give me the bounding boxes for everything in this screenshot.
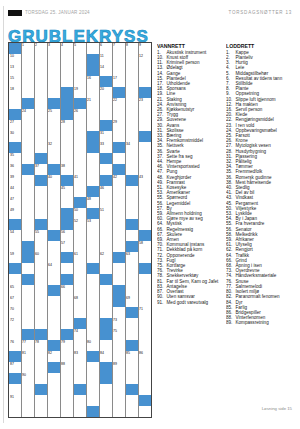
grid-cell[interactable]	[48, 395, 60, 406]
grid-cell[interactable]	[113, 131, 125, 142]
grid-cell[interactable]	[61, 373, 73, 384]
grid-cell[interactable]	[100, 219, 112, 230]
grid-cell[interactable]: 83	[74, 351, 86, 362]
grid-cell[interactable]	[22, 285, 34, 296]
grid-cell[interactable]	[35, 406, 47, 417]
grid-cell[interactable]: 74	[74, 329, 86, 340]
grid-cell[interactable]	[35, 307, 47, 318]
grid-cell[interactable]	[48, 241, 60, 252]
grid-cell[interactable]: 37	[35, 164, 47, 175]
grid-cell[interactable]	[22, 318, 34, 329]
grid-cell[interactable]: 22	[113, 98, 125, 109]
grid-cell[interactable]: 32	[48, 142, 60, 153]
grid-cell[interactable]: 81	[22, 351, 34, 362]
grid-cell[interactable]: 76	[9, 340, 21, 351]
grid-cell[interactable]: 44	[9, 186, 21, 197]
grid-cell[interactable]	[126, 109, 138, 120]
grid-cell[interactable]	[74, 263, 86, 274]
grid-cell[interactable]	[139, 406, 151, 417]
grid-cell[interactable]	[87, 395, 99, 406]
grid-cell[interactable]	[61, 197, 73, 208]
grid-cell[interactable]	[87, 285, 99, 296]
grid-cell[interactable]: 10	[9, 54, 21, 65]
grid-cell[interactable]: 65	[9, 285, 21, 296]
grid-cell[interactable]	[61, 54, 73, 65]
grid-cell[interactable]	[22, 230, 34, 241]
grid-cell[interactable]: 50	[74, 208, 86, 219]
grid-cell[interactable]: 54	[9, 230, 21, 241]
grid-cell[interactable]	[113, 186, 125, 197]
grid-cell[interactable]	[139, 120, 151, 131]
grid-cell[interactable]: 9	[139, 43, 151, 54]
grid-cell[interactable]	[35, 285, 47, 296]
grid-cell[interactable]	[48, 131, 60, 142]
grid-cell[interactable]	[87, 230, 99, 241]
grid-cell[interactable]	[126, 164, 138, 175]
grid-cell[interactable]: 62	[100, 252, 112, 263]
grid-cell[interactable]: 75	[113, 329, 125, 340]
grid-cell[interactable]	[113, 373, 125, 384]
grid-cell[interactable]	[139, 274, 151, 285]
grid-cell[interactable]: 85	[126, 351, 138, 362]
grid-cell[interactable]: 64	[48, 263, 60, 274]
grid-cell[interactable]: 49	[9, 208, 21, 219]
grid-cell[interactable]: 1	[22, 43, 34, 54]
grid-cell[interactable]: 61	[74, 252, 86, 263]
grid-cell[interactable]	[126, 76, 138, 87]
grid-cell[interactable]	[22, 142, 34, 153]
grid-cell[interactable]: 12	[139, 54, 151, 65]
grid-cell[interactable]	[126, 197, 138, 208]
grid-cell[interactable]	[126, 65, 138, 76]
grid-cell[interactable]: 66	[61, 285, 73, 296]
grid-cell[interactable]	[139, 384, 151, 395]
grid-cell[interactable]	[113, 307, 125, 318]
grid-cell[interactable]	[100, 164, 112, 175]
grid-cell[interactable]: 80	[87, 340, 99, 351]
grid-cell[interactable]	[74, 285, 86, 296]
grid-cell[interactable]	[126, 120, 138, 131]
grid-cell[interactable]	[48, 186, 60, 197]
grid-cell[interactable]	[48, 54, 60, 65]
grid-cell[interactable]	[113, 241, 125, 252]
grid-cell[interactable]: 53	[87, 219, 99, 230]
grid-cell[interactable]	[100, 340, 112, 351]
grid-cell[interactable]	[22, 153, 34, 164]
grid-cell[interactable]	[126, 318, 138, 329]
grid-cell[interactable]	[126, 153, 138, 164]
grid-cell[interactable]	[74, 153, 86, 164]
grid-cell[interactable]: 87	[9, 362, 21, 373]
grid-cell[interactable]	[87, 120, 99, 131]
grid-cell[interactable]	[22, 197, 34, 208]
grid-cell[interactable]	[48, 406, 60, 417]
grid-cell[interactable]	[87, 175, 99, 186]
grid-cell[interactable]	[35, 54, 47, 65]
grid-cell[interactable]	[126, 208, 138, 219]
grid-cell[interactable]	[126, 98, 138, 109]
grid-cell[interactable]	[35, 263, 47, 274]
grid-cell[interactable]	[100, 98, 112, 109]
grid-cell[interactable]	[48, 318, 60, 329]
grid-cell[interactable]	[35, 142, 47, 153]
grid-cell[interactable]	[100, 263, 112, 274]
grid-cell[interactable]	[48, 120, 60, 131]
grid-cell[interactable]: 55	[35, 230, 47, 241]
grid-cell[interactable]	[139, 329, 151, 340]
grid-cell[interactable]	[9, 329, 21, 340]
grid-cell[interactable]: 23	[139, 98, 151, 109]
grid-cell[interactable]: 19	[74, 87, 86, 98]
grid-cell[interactable]	[22, 208, 34, 219]
grid-cell[interactable]: 46	[100, 186, 112, 197]
grid-cell[interactable]	[113, 274, 125, 285]
grid-cell[interactable]: 47	[9, 197, 21, 208]
grid-cell[interactable]: 13	[9, 65, 21, 76]
grid-cell[interactable]	[22, 120, 34, 131]
grid-cell[interactable]	[74, 406, 86, 417]
grid-cell[interactable]	[87, 241, 99, 252]
grid-cell[interactable]	[74, 54, 86, 65]
grid-cell[interactable]: 77	[22, 340, 34, 351]
grid-cell[interactable]	[139, 109, 151, 120]
grid-cell[interactable]	[35, 87, 47, 98]
grid-cell[interactable]: 48	[87, 197, 99, 208]
grid-cell[interactable]	[139, 208, 151, 219]
grid-cell[interactable]	[48, 296, 60, 307]
grid-cell[interactable]: 41	[74, 175, 86, 186]
grid-cell[interactable]: 29	[113, 120, 125, 131]
grid-cell[interactable]	[74, 340, 86, 351]
grid-cell[interactable]	[113, 153, 125, 164]
grid-cell[interactable]: 39	[9, 175, 21, 186]
grid-cell[interactable]	[113, 263, 125, 274]
grid-cell[interactable]	[139, 186, 151, 197]
grid-cell[interactable]: 26	[74, 109, 86, 120]
grid-cell[interactable]	[126, 373, 138, 384]
grid-cell[interactable]	[74, 373, 86, 384]
grid-cell[interactable]	[61, 351, 73, 362]
grid-cell[interactable]	[100, 384, 112, 395]
grid-cell[interactable]	[126, 230, 138, 241]
grid-cell[interactable]	[74, 65, 86, 76]
grid-cell[interactable]: 69	[126, 296, 138, 307]
grid-cell[interactable]	[100, 285, 112, 296]
grid-cell[interactable]	[126, 362, 138, 373]
grid-cell[interactable]	[139, 252, 151, 263]
grid-cell[interactable]	[113, 219, 125, 230]
grid-cell[interactable]	[74, 230, 86, 241]
grid-cell[interactable]	[22, 307, 34, 318]
grid-cell[interactable]	[87, 252, 99, 263]
grid-cell[interactable]: 72	[9, 318, 21, 329]
grid-cell[interactable]	[61, 153, 73, 164]
grid-cell[interactable]	[48, 219, 60, 230]
grid-cell[interactable]: 68	[74, 296, 86, 307]
grid-cell[interactable]	[87, 164, 99, 175]
grid-cell[interactable]: 90	[22, 373, 34, 384]
grid-cell[interactable]	[61, 307, 73, 318]
grid-cell[interactable]: 21	[87, 98, 99, 109]
grid-cell[interactable]	[9, 406, 21, 417]
grid-cell[interactable]	[87, 384, 99, 395]
grid-cell[interactable]	[87, 329, 99, 340]
grid-cell[interactable]	[74, 362, 86, 373]
grid-cell[interactable]	[126, 395, 138, 406]
grid-cell[interactable]: 6	[100, 43, 112, 54]
grid-cell[interactable]: 20	[100, 87, 112, 98]
grid-cell[interactable]: 27	[9, 120, 21, 131]
grid-cell[interactable]	[35, 274, 47, 285]
grid-cell[interactable]	[100, 230, 112, 241]
grid-cell[interactable]	[74, 76, 86, 87]
grid-cell[interactable]: 57	[61, 241, 73, 252]
grid-cell[interactable]	[100, 197, 112, 208]
grid-cell[interactable]	[113, 351, 125, 362]
grid-cell[interactable]	[139, 340, 151, 351]
grid-cell[interactable]: 52	[74, 219, 86, 230]
grid-cell[interactable]	[113, 384, 125, 395]
grid-cell[interactable]	[113, 208, 125, 219]
grid-cell[interactable]	[139, 164, 151, 175]
grid-cell[interactable]	[74, 131, 86, 142]
grid-cell[interactable]	[9, 98, 21, 109]
grid-cell[interactable]: 56	[61, 230, 73, 241]
grid-cell[interactable]	[61, 406, 73, 417]
grid-cell[interactable]	[87, 318, 99, 329]
grid-cell[interactable]: 14	[100, 65, 112, 76]
grid-cell[interactable]	[100, 241, 112, 252]
grid-cell[interactable]: 5	[74, 43, 86, 54]
grid-cell[interactable]: 11	[100, 54, 112, 65]
grid-cell[interactable]	[61, 318, 73, 329]
grid-cell[interactable]	[61, 65, 73, 76]
grid-cell[interactable]	[126, 274, 138, 285]
grid-cell[interactable]	[48, 384, 60, 395]
grid-cell[interactable]	[61, 76, 73, 87]
grid-cell[interactable]	[61, 142, 73, 153]
grid-cell[interactable]	[113, 54, 125, 65]
grid-cell[interactable]: 51	[100, 208, 112, 219]
grid-cell[interactable]	[22, 406, 34, 417]
grid-cell[interactable]	[74, 274, 86, 285]
grid-cell[interactable]	[139, 285, 151, 296]
grid-cell[interactable]: 78	[35, 340, 47, 351]
grid-cell[interactable]	[61, 131, 73, 142]
grid-cell[interactable]: 86	[139, 351, 151, 362]
grid-cell[interactable]: 15	[9, 76, 21, 87]
grid-cell[interactable]	[22, 65, 34, 76]
grid-cell[interactable]: 71	[139, 307, 151, 318]
grid-cell[interactable]	[87, 373, 99, 384]
grid-cell[interactable]	[87, 296, 99, 307]
grid-cell[interactable]: 18	[9, 87, 21, 98]
grid-cell[interactable]	[126, 87, 138, 98]
grid-cell[interactable]: 70	[9, 307, 21, 318]
grid-cell[interactable]	[35, 373, 47, 384]
grid-cell[interactable]	[126, 285, 138, 296]
grid-cell[interactable]: 4	[61, 43, 73, 54]
grid-cell[interactable]	[139, 153, 151, 164]
grid-cell[interactable]	[22, 175, 34, 186]
grid-cell[interactable]: 38	[61, 164, 73, 175]
grid-cell[interactable]	[87, 307, 99, 318]
grid-cell[interactable]: 36	[9, 164, 21, 175]
grid-cell[interactable]: 17	[113, 76, 125, 87]
grid-cell[interactable]	[100, 109, 112, 120]
grid-cell[interactable]	[74, 186, 86, 197]
grid-cell[interactable]	[126, 54, 138, 65]
grid-cell[interactable]	[74, 142, 86, 153]
grid-cell[interactable]: 60	[35, 252, 47, 263]
grid-cell[interactable]	[22, 296, 34, 307]
grid-cell[interactable]	[22, 263, 34, 274]
grid-cell[interactable]	[139, 197, 151, 208]
grid-cell[interactable]	[87, 43, 99, 54]
grid-cell[interactable]	[48, 87, 60, 98]
grid-cell[interactable]: 3	[48, 43, 60, 54]
grid-cell[interactable]	[74, 307, 86, 318]
grid-cell[interactable]	[9, 241, 21, 252]
grid-cell[interactable]	[35, 76, 47, 87]
grid-cell[interactable]: 2	[35, 43, 47, 54]
grid-cell[interactable]	[48, 252, 60, 263]
grid-cell[interactable]	[22, 76, 34, 87]
grid-cell[interactable]	[35, 131, 47, 142]
grid-cell[interactable]	[139, 296, 151, 307]
grid-cell[interactable]	[22, 54, 34, 65]
grid-cell[interactable]	[22, 362, 34, 373]
grid-cell[interactable]	[126, 131, 138, 142]
grid-cell[interactable]	[22, 384, 34, 395]
grid-cell[interactable]	[35, 296, 47, 307]
grid-cell[interactable]: 67	[9, 296, 21, 307]
grid-cell[interactable]: 24	[22, 109, 34, 120]
grid-cell[interactable]	[48, 76, 60, 87]
grid-cell[interactable]	[35, 208, 47, 219]
grid-cell[interactable]	[87, 109, 99, 120]
grid-cell[interactable]: 45	[61, 186, 73, 197]
grid-cell[interactable]	[113, 230, 125, 241]
grid-cell[interactable]	[74, 164, 86, 175]
grid-cell[interactable]: 89	[113, 362, 125, 373]
grid-cell[interactable]	[35, 98, 47, 109]
grid-cell[interactable]	[48, 208, 60, 219]
grid-cell[interactable]: 73	[113, 318, 125, 329]
grid-cell[interactable]	[100, 307, 112, 318]
grid-cell[interactable]	[87, 362, 99, 373]
grid-cell[interactable]	[48, 197, 60, 208]
grid-cell[interactable]	[22, 87, 34, 98]
grid-cell[interactable]	[74, 120, 86, 131]
grid-cell[interactable]	[48, 307, 60, 318]
grid-cell[interactable]	[35, 65, 47, 76]
grid-cell[interactable]	[22, 131, 34, 142]
grid-cell[interactable]	[139, 142, 151, 153]
grid-cell[interactable]	[87, 153, 99, 164]
grid-cell[interactable]	[113, 340, 125, 351]
grid-cell[interactable]	[126, 406, 138, 417]
grid-cell[interactable]	[139, 373, 151, 384]
grid-cell[interactable]	[35, 186, 47, 197]
grid-cell[interactable]: 8	[126, 43, 138, 54]
grid-cell[interactable]	[126, 186, 138, 197]
grid-cell[interactable]: 25	[48, 109, 60, 120]
grid-cell[interactable]	[100, 296, 112, 307]
grid-cell[interactable]	[22, 395, 34, 406]
grid-cell[interactable]	[48, 373, 60, 384]
grid-cell[interactable]	[61, 384, 73, 395]
grid-cell[interactable]	[139, 219, 151, 230]
grid-cell[interactable]	[48, 65, 60, 76]
grid-cell[interactable]: 79	[61, 340, 73, 351]
grid-cell[interactable]: 59	[9, 252, 21, 263]
grid-cell[interactable]	[35, 395, 47, 406]
grid-cell[interactable]	[35, 318, 47, 329]
grid-cell[interactable]	[61, 296, 73, 307]
grid-cell[interactable]: 91	[9, 395, 21, 406]
grid-cell[interactable]: 35	[9, 153, 21, 164]
grid-cell[interactable]: 16	[87, 76, 99, 87]
grid-cell[interactable]: 7	[113, 43, 125, 54]
grid-cell[interactable]: 28	[61, 120, 73, 131]
grid-cell[interactable]	[87, 274, 99, 285]
grid-cell[interactable]	[61, 395, 73, 406]
grid-cell[interactable]	[126, 263, 138, 274]
grid-cell[interactable]	[126, 329, 138, 340]
grid-cell[interactable]: 82	[48, 351, 60, 362]
grid-cell[interactable]: 30	[9, 131, 21, 142]
grid-cell[interactable]	[35, 197, 47, 208]
grid-cell[interactable]: 88	[61, 362, 73, 373]
grid-cell[interactable]: 58	[139, 241, 151, 252]
grid-cell[interactable]	[113, 109, 125, 120]
grid-cell[interactable]	[35, 362, 47, 373]
grid-cell[interactable]	[87, 87, 99, 98]
grid-cell[interactable]: 34	[126, 142, 138, 153]
grid-cell[interactable]	[100, 395, 112, 406]
grid-cell[interactable]: 40	[48, 175, 60, 186]
grid-cell[interactable]	[48, 153, 60, 164]
grid-cell[interactable]	[35, 120, 47, 131]
grid-cell[interactable]: 31	[100, 131, 112, 142]
grid-cell[interactable]	[35, 241, 47, 252]
grid-cell[interactable]	[100, 406, 112, 417]
grid-cell[interactable]	[139, 362, 151, 373]
grid-cell[interactable]	[74, 395, 86, 406]
grid-cell[interactable]	[9, 274, 21, 285]
grid-cell[interactable]: 43	[139, 175, 151, 186]
grid-cell[interactable]	[22, 219, 34, 230]
grid-cell[interactable]	[139, 318, 151, 329]
grid-cell[interactable]: 84	[100, 351, 112, 362]
grid-cell[interactable]	[61, 263, 73, 274]
grid-cell[interactable]	[48, 329, 60, 340]
grid-cell[interactable]	[22, 186, 34, 197]
grid-cell[interactable]	[113, 406, 125, 417]
grid-cell[interactable]	[139, 65, 151, 76]
grid-cell[interactable]	[48, 274, 60, 285]
grid-cell[interactable]	[74, 241, 86, 252]
grid-cell[interactable]	[113, 65, 125, 76]
grid-cell[interactable]: 63	[126, 252, 138, 263]
grid-cell[interactable]	[9, 384, 21, 395]
grid-cell[interactable]	[113, 395, 125, 406]
grid-cell[interactable]	[35, 351, 47, 362]
grid-cell[interactable]	[139, 76, 151, 87]
grid-cell[interactable]: 42	[113, 175, 125, 186]
grid-cell[interactable]	[35, 109, 47, 120]
